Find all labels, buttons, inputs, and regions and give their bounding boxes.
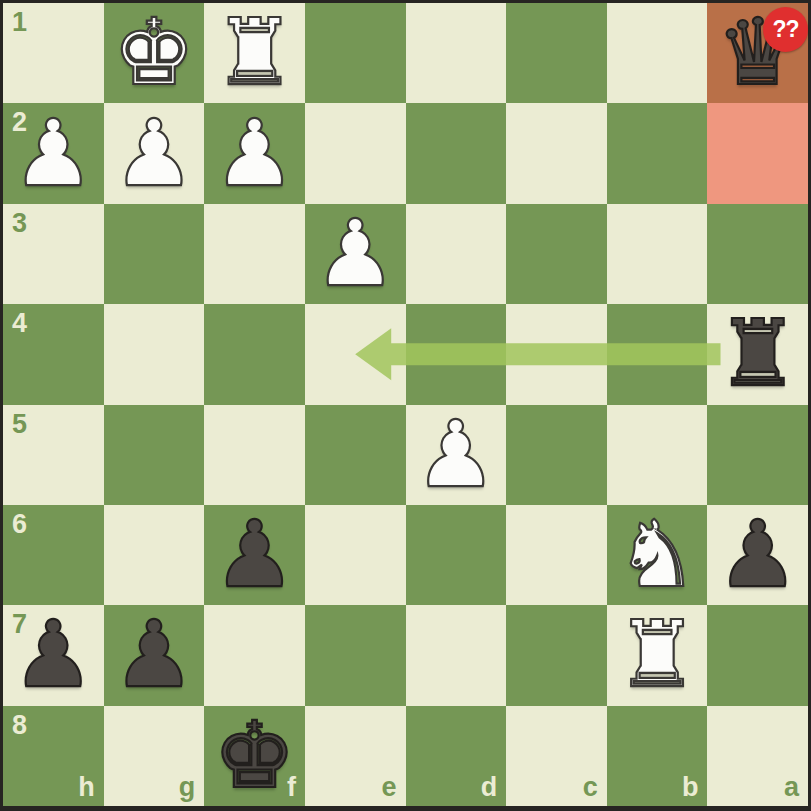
square-e8[interactable]: e (305, 706, 406, 806)
rank-label-6: 6 (12, 509, 27, 540)
square-h2[interactable]: 2♟ (3, 103, 104, 203)
white-knight[interactable]: ♞ (607, 505, 708, 605)
square-g1[interactable]: ♚ (104, 3, 205, 103)
square-h4[interactable]: 4 (3, 304, 104, 404)
rank-label-5: 5 (12, 409, 27, 440)
white-pawn[interactable]: ♟ (104, 103, 205, 203)
square-f4[interactable] (204, 304, 305, 404)
file-label-g: g (179, 772, 196, 803)
square-e7[interactable] (305, 605, 406, 705)
rank-label-3: 3 (12, 208, 27, 239)
file-label-b: b (682, 772, 699, 803)
black-pawn[interactable]: ♟ (3, 605, 104, 705)
square-a3[interactable] (707, 204, 808, 304)
file-label-a: a (784, 772, 799, 803)
square-b1[interactable] (607, 3, 708, 103)
white-pawn[interactable]: ♟ (406, 405, 507, 505)
square-h8[interactable]: 8h (3, 706, 104, 806)
square-f7[interactable] (204, 605, 305, 705)
board-frame: 1♚♜♛2♟♟♟3♟4♜5♟6♟♞♟7♟♟♜8hgf♚edcba ?? (0, 0, 811, 811)
square-a7[interactable] (707, 605, 808, 705)
black-king[interactable]: ♚ (204, 706, 305, 806)
black-rook[interactable]: ♜ (707, 304, 808, 404)
square-b5[interactable] (607, 405, 708, 505)
blunder-badge: ?? (763, 7, 808, 52)
white-rook[interactable]: ♜ (204, 3, 305, 103)
file-label-d: d (481, 772, 498, 803)
square-e1[interactable] (305, 3, 406, 103)
square-a2[interactable] (707, 103, 808, 203)
square-h5[interactable]: 5 (3, 405, 104, 505)
square-c7[interactable] (506, 605, 607, 705)
square-a5[interactable] (707, 405, 808, 505)
square-e4[interactable] (305, 304, 406, 404)
square-e2[interactable] (305, 103, 406, 203)
square-g8[interactable]: g (104, 706, 205, 806)
square-b8[interactable]: b (607, 706, 708, 806)
square-h1[interactable]: 1 (3, 3, 104, 103)
square-d6[interactable] (406, 505, 507, 605)
square-e3[interactable]: ♟ (305, 204, 406, 304)
white-pawn[interactable]: ♟ (305, 204, 406, 304)
board: 1♚♜♛2♟♟♟3♟4♜5♟6♟♞♟7♟♟♜8hgf♚edcba ?? (3, 3, 808, 806)
square-f5[interactable] (204, 405, 305, 505)
square-b3[interactable] (607, 204, 708, 304)
square-g7[interactable]: ♟ (104, 605, 205, 705)
square-h7[interactable]: 7♟ (3, 605, 104, 705)
square-d1[interactable] (406, 3, 507, 103)
square-f1[interactable]: ♜ (204, 3, 305, 103)
square-f3[interactable] (204, 204, 305, 304)
square-c2[interactable] (506, 103, 607, 203)
square-c1[interactable] (506, 3, 607, 103)
square-b7[interactable]: ♜ (607, 605, 708, 705)
square-h6[interactable]: 6 (3, 505, 104, 605)
black-pawn[interactable]: ♟ (204, 505, 305, 605)
white-pawn[interactable]: ♟ (204, 103, 305, 203)
square-c6[interactable] (506, 505, 607, 605)
square-c8[interactable]: c (506, 706, 607, 806)
rank-label-4: 4 (12, 308, 27, 339)
square-a6[interactable]: ♟ (707, 505, 808, 605)
square-b6[interactable]: ♞ (607, 505, 708, 605)
square-g5[interactable] (104, 405, 205, 505)
square-g3[interactable] (104, 204, 205, 304)
square-f8[interactable]: f♚ (204, 706, 305, 806)
file-label-e: e (381, 772, 396, 803)
square-b4[interactable] (607, 304, 708, 404)
square-h3[interactable]: 3 (3, 204, 104, 304)
white-pawn[interactable]: ♟ (3, 103, 104, 203)
square-e5[interactable] (305, 405, 406, 505)
white-king[interactable]: ♚ (104, 3, 205, 103)
square-d3[interactable] (406, 204, 507, 304)
rank-label-8: 8 (12, 710, 27, 741)
file-label-c: c (583, 772, 598, 803)
square-e6[interactable] (305, 505, 406, 605)
white-rook[interactable]: ♜ (607, 605, 708, 705)
square-g4[interactable] (104, 304, 205, 404)
square-g2[interactable]: ♟ (104, 103, 205, 203)
square-g6[interactable] (104, 505, 205, 605)
black-pawn[interactable]: ♟ (104, 605, 205, 705)
square-b2[interactable] (607, 103, 708, 203)
square-c5[interactable] (506, 405, 607, 505)
black-pawn[interactable]: ♟ (707, 505, 808, 605)
square-c4[interactable] (506, 304, 607, 404)
square-f6[interactable]: ♟ (204, 505, 305, 605)
square-d7[interactable] (406, 605, 507, 705)
rank-label-1: 1 (12, 7, 27, 38)
square-a4[interactable]: ♜ (707, 304, 808, 404)
square-d4[interactable] (406, 304, 507, 404)
square-f2[interactable]: ♟ (204, 103, 305, 203)
square-c3[interactable] (506, 204, 607, 304)
square-d2[interactable] (406, 103, 507, 203)
square-d8[interactable]: d (406, 706, 507, 806)
square-d5[interactable]: ♟ (406, 405, 507, 505)
file-label-h: h (78, 772, 95, 803)
square-a8[interactable]: a (707, 706, 808, 806)
